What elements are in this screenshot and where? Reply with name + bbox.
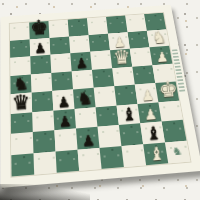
square-f7: ♟ xyxy=(108,32,130,50)
square-h3 xyxy=(158,100,182,121)
piece-white-queen: ♛ xyxy=(112,46,131,67)
chess-board-grid: ♚♟♟♞♟♛♟♞♛♟♞♟♚♟♝♟♟♝♝♞ xyxy=(10,13,191,177)
square-b3 xyxy=(32,110,54,132)
square-d5 xyxy=(72,69,94,89)
square-a8 xyxy=(10,22,30,40)
piece-black-pawn: ♟ xyxy=(33,41,46,55)
square-b6 xyxy=(30,55,51,74)
square-b1 xyxy=(33,151,56,175)
piece-white-pawn: ♟ xyxy=(140,87,154,102)
square-g5 xyxy=(132,65,155,85)
piece-black-pawn: ♟ xyxy=(56,94,70,109)
square-a5: ♞ xyxy=(10,74,31,94)
square-c8 xyxy=(48,20,69,38)
square-g4: ♟ xyxy=(135,83,159,104)
square-h1: ♞ xyxy=(165,140,191,163)
square-d2: ♟ xyxy=(76,127,100,149)
chess-board: ♚♟♟♞♟♛♟♞♛♟♞♟♚♟♝♟♟♝♝♞ xyxy=(1,5,200,188)
square-d3 xyxy=(74,107,97,129)
square-f4 xyxy=(114,85,137,106)
square-h7: ♞ xyxy=(147,29,169,47)
square-a4: ♛ xyxy=(11,93,33,114)
piece-white-pawn: ♟ xyxy=(113,35,126,49)
square-e3 xyxy=(96,105,119,127)
piece-black-queen: ♛ xyxy=(11,91,31,113)
square-f2 xyxy=(119,123,143,145)
piece-white-pawn: ♟ xyxy=(155,49,168,63)
square-a1 xyxy=(11,153,34,177)
piece-black-knight: ♞ xyxy=(76,89,93,107)
piece-black-knight: ♞ xyxy=(12,75,28,93)
square-g6 xyxy=(130,47,153,66)
square-a3 xyxy=(11,112,33,134)
square-f6: ♛ xyxy=(110,49,132,68)
piece-black-pawn: ♟ xyxy=(75,55,88,69)
square-d7 xyxy=(69,35,90,54)
square-d1 xyxy=(78,147,102,170)
board-maker-logo-icon: ♞ xyxy=(171,146,183,158)
square-c5 xyxy=(51,71,73,91)
square-e5 xyxy=(92,68,114,88)
square-e6 xyxy=(90,50,112,69)
square-f1 xyxy=(121,144,146,167)
square-h4: ♚ xyxy=(155,81,179,101)
countertop-photo-scene: ♚♟♟♞♟♛♟♞♛♟♞♟♚♟♝♟♟♝♝♞ xyxy=(0,0,200,200)
square-b4 xyxy=(31,91,53,112)
square-h6: ♟ xyxy=(150,46,173,65)
square-f5 xyxy=(112,66,135,86)
square-c1 xyxy=(56,149,80,173)
square-c3: ♟ xyxy=(53,109,76,131)
square-h2 xyxy=(162,120,187,142)
square-c6 xyxy=(50,53,71,72)
square-b5 xyxy=(31,73,52,93)
piece-black-king: ♚ xyxy=(29,17,48,38)
square-b2 xyxy=(33,130,56,153)
piece-black-bishop: ♝ xyxy=(145,124,162,143)
square-a7 xyxy=(10,39,30,58)
piece-black-bishop: ♝ xyxy=(120,105,137,124)
square-c4: ♟ xyxy=(52,89,74,110)
square-d6: ♟ xyxy=(70,52,92,71)
square-a2 xyxy=(11,132,33,155)
square-a6 xyxy=(10,56,31,75)
square-e1 xyxy=(99,146,123,169)
square-g7 xyxy=(127,30,149,48)
piece-white-king: ♚ xyxy=(158,79,178,101)
square-b8: ♚ xyxy=(29,21,49,39)
square-h5 xyxy=(152,63,175,83)
square-d4: ♞ xyxy=(73,88,96,109)
square-e2 xyxy=(97,125,121,147)
piece-white-knight: ♞ xyxy=(151,29,167,46)
board-edge-shadow xyxy=(0,184,90,200)
piece-white-pawn: ♟ xyxy=(143,107,157,122)
square-h8 xyxy=(144,13,166,31)
square-d8 xyxy=(68,18,89,36)
square-g8 xyxy=(125,14,147,32)
piece-black-pawn: ♟ xyxy=(58,114,72,129)
piece-black-pawn: ♟ xyxy=(81,132,95,148)
square-f3: ♝ xyxy=(117,104,141,125)
square-f8 xyxy=(106,16,127,34)
piece-white-bishop: ♝ xyxy=(148,145,165,164)
square-c2 xyxy=(54,128,77,151)
square-e7 xyxy=(89,33,111,51)
square-e4 xyxy=(94,86,117,107)
square-b7: ♟ xyxy=(30,38,51,57)
square-c7 xyxy=(49,36,70,55)
square-e8 xyxy=(87,17,108,35)
